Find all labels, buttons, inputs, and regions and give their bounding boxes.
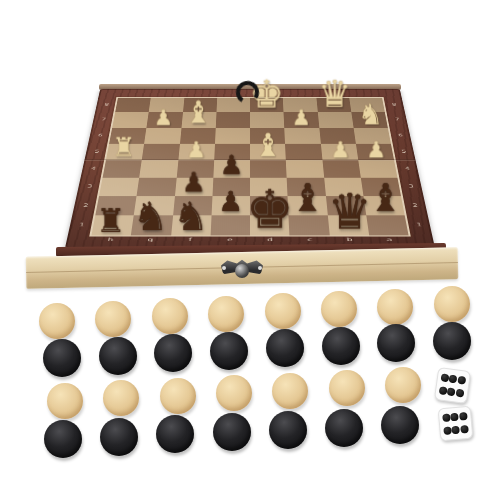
board-square <box>171 215 212 235</box>
checker-dark <box>325 409 363 447</box>
rank-label: 3 <box>82 185 98 189</box>
file-label: g <box>140 237 160 242</box>
board-square <box>215 128 250 144</box>
rank-label: 3 <box>403 185 419 189</box>
board-square <box>327 215 369 235</box>
board-grid <box>91 98 408 236</box>
board-square <box>285 144 322 161</box>
rank-label: 4 <box>400 167 415 171</box>
file-label: f <box>180 237 200 242</box>
board-square <box>283 98 317 113</box>
board-square <box>91 215 134 235</box>
board-square <box>211 196 250 215</box>
checker-dark <box>213 413 251 451</box>
checker-light <box>152 298 188 334</box>
rank-label: 7 <box>96 118 110 121</box>
board-square <box>181 112 216 127</box>
board-square <box>250 215 290 235</box>
checker-light <box>39 303 75 339</box>
board-square <box>361 178 401 196</box>
checker-light <box>95 301 131 337</box>
checker-dark <box>44 420 82 458</box>
die-pip <box>457 376 466 385</box>
die-pip <box>459 412 468 421</box>
board-square <box>250 144 286 161</box>
checker-light <box>272 373 308 409</box>
board-square <box>353 128 391 144</box>
checker-dark <box>377 324 415 362</box>
die-pip <box>447 387 456 396</box>
board-square <box>109 128 147 144</box>
board-square <box>316 98 351 113</box>
board-square <box>178 144 215 161</box>
board-square <box>250 112 284 127</box>
board-square <box>351 112 388 127</box>
chess-board-scene: hgfedcba8877665544332211♚♛♝♝♞♜♟♟♟♟♟♚♛♝♝♞… <box>65 0 435 248</box>
checker-dark <box>99 337 137 375</box>
file-label: e <box>220 237 240 242</box>
board-square <box>212 178 250 196</box>
board-square <box>356 144 394 161</box>
board-square <box>115 98 151 113</box>
die-pip <box>460 425 469 434</box>
checker-dark <box>269 411 307 449</box>
checker-dark <box>154 334 192 372</box>
board-square <box>131 215 173 235</box>
board-square <box>103 160 142 177</box>
checker-light <box>103 380 139 416</box>
clasp-screw <box>258 266 262 270</box>
checker-light <box>160 378 196 414</box>
rank-label: 2 <box>407 203 423 207</box>
board-square <box>180 128 216 144</box>
checker-light <box>265 293 301 329</box>
board-square <box>317 112 353 127</box>
checker-light <box>377 289 413 325</box>
board-square <box>250 128 285 144</box>
checker-dark <box>433 322 471 360</box>
board-square <box>95 196 136 215</box>
file-label: b <box>339 237 359 242</box>
checker-light <box>208 296 244 332</box>
die-pip <box>451 413 460 422</box>
rank-label: 2 <box>78 203 94 207</box>
board-square <box>106 144 144 161</box>
checker-dark <box>43 339 81 377</box>
board-square <box>175 178 214 196</box>
clasp-knob <box>235 264 249 278</box>
die <box>434 367 471 404</box>
board-square <box>213 160 250 177</box>
metal-clasp <box>219 255 265 281</box>
board-square <box>134 196 175 215</box>
die-pip <box>442 414 451 423</box>
board-square <box>99 178 139 196</box>
board-square <box>325 196 366 215</box>
die-pip <box>443 426 452 435</box>
checker-light <box>434 286 470 322</box>
board-square <box>183 98 217 113</box>
rank-label: 1 <box>73 223 89 228</box>
checker-dark <box>156 415 194 453</box>
board-square <box>214 144 250 161</box>
board-square <box>173 196 213 215</box>
board-square <box>349 98 385 113</box>
board-square <box>210 215 250 235</box>
board-square <box>324 178 364 196</box>
board-square <box>139 160 178 177</box>
die <box>438 406 474 442</box>
checker-light <box>321 291 357 327</box>
die-pip <box>449 375 458 384</box>
checker-light <box>216 375 252 411</box>
rank-label: 6 <box>93 134 108 138</box>
board-square <box>147 112 183 127</box>
board-square <box>250 160 287 177</box>
board-square <box>284 112 319 127</box>
die-pip <box>441 374 450 383</box>
board-square <box>149 98 184 113</box>
checker-dark <box>381 406 419 444</box>
board-square <box>366 215 409 235</box>
rank-label: 4 <box>86 167 101 171</box>
board-square <box>363 196 404 215</box>
checker-light <box>385 367 421 403</box>
board-square <box>358 160 397 177</box>
product-photo: hgfedcba8877665544332211♚♛♝♝♞♜♟♟♟♟♟♚♛♝♝♞… <box>0 0 500 500</box>
rank-label: 5 <box>396 150 411 154</box>
checker-light <box>47 383 83 419</box>
file-label: a <box>379 237 400 242</box>
board-square <box>144 128 181 144</box>
board-square <box>112 112 149 127</box>
board-square <box>250 178 288 196</box>
board-square <box>288 196 328 215</box>
board-square <box>289 215 330 235</box>
board-square <box>142 144 180 161</box>
board-square <box>216 112 250 127</box>
board-square <box>250 196 289 215</box>
rank-label: 1 <box>411 223 427 228</box>
board-square <box>286 160 324 177</box>
die-pip <box>455 388 464 397</box>
rank-label: 8 <box>100 103 114 106</box>
file-label: c <box>300 237 320 242</box>
checker-dark <box>100 418 138 456</box>
checker-dark <box>322 327 360 365</box>
die-pip <box>452 425 461 434</box>
board-square <box>176 160 214 177</box>
clasp-screw <box>222 266 226 270</box>
checker-light <box>329 370 365 406</box>
rank-label: 8 <box>387 103 401 106</box>
board-square <box>320 144 358 161</box>
rank-label: 6 <box>393 134 408 138</box>
file-label: h <box>100 237 121 242</box>
board-square <box>322 160 361 177</box>
rank-label: 7 <box>390 118 404 121</box>
board-square <box>287 178 326 196</box>
chess-board: hgfedcba8877665544332211♚♛♝♝♞♜♟♟♟♟♟♚♛♝♝♞… <box>65 89 435 248</box>
file-label: d <box>260 237 280 242</box>
board-square <box>319 128 356 144</box>
checker-dark <box>210 332 248 370</box>
checker-dark <box>266 329 304 367</box>
board-square <box>284 128 320 144</box>
rank-label: 5 <box>89 150 104 154</box>
board-square <box>137 178 177 196</box>
